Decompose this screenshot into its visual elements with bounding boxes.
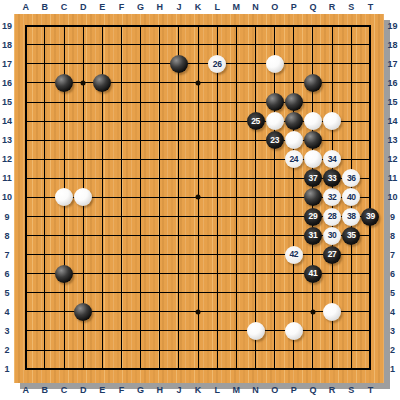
stone-black-Q16: [304, 74, 322, 92]
row-label-left-12: 12: [2, 154, 12, 164]
stone-white-P7-move-42: 42: [285, 246, 303, 264]
col-label-bottom-K: K: [195, 385, 202, 395]
stone-white-D10: [74, 188, 92, 206]
stone-white-S9-move-38: 38: [342, 208, 360, 226]
col-label-bottom-D: D: [80, 385, 87, 395]
stone-white-Q14: [304, 112, 322, 130]
col-label-top-M: M: [233, 2, 241, 12]
col-label-bottom-Q: Q: [309, 385, 316, 395]
stone-black-Q11-move-37: 37: [304, 169, 322, 187]
stone-white-L17-move-26: 26: [208, 55, 226, 73]
star-point-K4: [196, 309, 201, 314]
col-label-bottom-H: H: [157, 385, 164, 395]
stone-black-P14: [285, 112, 303, 130]
col-label-top-F: F: [119, 2, 125, 12]
col-label-bottom-A: A: [22, 385, 29, 395]
col-label-top-Q: Q: [309, 2, 316, 12]
go-board[interactable]: 2324252627282930313233343536373839404142: [14, 14, 384, 383]
stone-black-T9-move-39: 39: [361, 208, 379, 226]
col-label-top-E: E: [99, 2, 105, 12]
stone-black-P15: [285, 93, 303, 111]
col-label-bottom-F: F: [119, 385, 125, 395]
row-label-left-5: 5: [4, 288, 9, 298]
stone-white-R9-move-28: 28: [323, 208, 341, 226]
stone-black-S8-move-35: 35: [342, 227, 360, 245]
row-label-right-6: 6: [390, 269, 395, 279]
row-label-left-1: 1: [4, 364, 9, 374]
row-label-right-2: 2: [390, 345, 395, 355]
stone-white-R10-move-32: 32: [323, 188, 341, 206]
star-point-K16: [196, 80, 201, 85]
col-label-bottom-C: C: [61, 385, 68, 395]
row-label-right-5: 5: [390, 288, 395, 298]
stone-white-P13: [285, 131, 303, 149]
stone-white-N3: [247, 322, 265, 340]
stone-white-R12-move-34: 34: [323, 150, 341, 168]
stone-black-D4: [74, 303, 92, 321]
row-label-left-10: 10: [2, 192, 12, 202]
col-label-top-R: R: [329, 2, 336, 12]
col-label-bottom-G: G: [137, 385, 144, 395]
col-label-bottom-R: R: [329, 385, 336, 395]
row-label-right-18: 18: [387, 40, 397, 50]
row-label-right-16: 16: [387, 78, 397, 88]
col-label-bottom-O: O: [271, 385, 278, 395]
row-label-left-16: 16: [2, 78, 12, 88]
stone-white-R8-move-30: 30: [323, 227, 341, 245]
col-label-bottom-T: T: [368, 385, 374, 395]
col-label-top-S: S: [348, 2, 354, 12]
col-label-bottom-P: P: [291, 385, 297, 395]
row-label-right-17: 17: [387, 59, 397, 69]
go-diagram-screen: 2324252627282930313233343536373839404142…: [0, 0, 400, 400]
stone-white-C10: [55, 188, 73, 206]
row-label-right-3: 3: [390, 326, 395, 336]
col-label-top-J: J: [176, 2, 181, 12]
stone-black-Q9-move-29: 29: [304, 208, 322, 226]
col-label-top-T: T: [368, 2, 374, 12]
row-label-right-4: 4: [390, 307, 395, 317]
stone-black-Q8-move-31: 31: [304, 227, 322, 245]
row-label-left-6: 6: [4, 269, 9, 279]
col-label-top-G: G: [137, 2, 144, 12]
stone-white-R14: [323, 112, 341, 130]
stone-black-N14-move-25: 25: [247, 112, 265, 130]
row-label-left-2: 2: [4, 345, 9, 355]
stone-white-S10-move-40: 40: [342, 188, 360, 206]
row-label-right-10: 10: [387, 192, 397, 202]
row-label-left-15: 15: [2, 97, 12, 107]
stone-black-Q10: [304, 188, 322, 206]
row-label-right-14: 14: [387, 116, 397, 126]
col-label-top-C: C: [61, 2, 68, 12]
col-label-bottom-B: B: [42, 385, 49, 395]
stone-white-R4: [323, 303, 341, 321]
row-label-left-19: 19: [2, 21, 12, 31]
row-label-left-14: 14: [2, 116, 12, 126]
row-label-left-7: 7: [4, 250, 9, 260]
row-label-right-1: 1: [390, 364, 395, 374]
col-label-top-L: L: [214, 2, 220, 12]
stone-black-C6: [55, 265, 73, 283]
stone-black-Q13: [304, 131, 322, 149]
row-label-left-13: 13: [2, 135, 12, 145]
stone-black-R11-move-33: 33: [323, 169, 341, 187]
row-label-left-9: 9: [4, 212, 9, 222]
row-label-right-9: 9: [390, 212, 395, 222]
row-label-right-8: 8: [390, 231, 395, 241]
star-point-D16: [81, 80, 86, 85]
stone-black-E16: [93, 74, 111, 92]
stone-white-P12-move-24: 24: [285, 150, 303, 168]
col-label-top-B: B: [42, 2, 49, 12]
col-label-bottom-N: N: [252, 385, 259, 395]
stone-black-O13-move-23: 23: [266, 131, 284, 149]
col-label-top-K: K: [195, 2, 202, 12]
col-label-top-A: A: [22, 2, 29, 12]
col-label-top-N: N: [252, 2, 259, 12]
col-label-bottom-S: S: [348, 385, 354, 395]
stone-black-C16: [55, 74, 73, 92]
row-label-right-19: 19: [387, 21, 397, 31]
stone-black-R7-move-27: 27: [323, 246, 341, 264]
col-label-bottom-L: L: [214, 385, 220, 395]
col-label-top-O: O: [271, 2, 278, 12]
stone-black-O15: [266, 93, 284, 111]
row-label-left-18: 18: [2, 40, 12, 50]
row-label-right-13: 13: [387, 135, 397, 145]
col-label-bottom-M: M: [233, 385, 241, 395]
row-label-right-15: 15: [387, 97, 397, 107]
row-label-left-11: 11: [2, 173, 12, 183]
row-label-left-3: 3: [4, 326, 9, 336]
row-label-left-4: 4: [4, 307, 9, 317]
col-label-top-H: H: [157, 2, 164, 12]
row-label-right-12: 12: [387, 154, 397, 164]
stone-white-Q12: [304, 150, 322, 168]
col-label-bottom-J: J: [176, 385, 181, 395]
row-label-right-11: 11: [388, 173, 398, 183]
star-point-Q4: [310, 309, 315, 314]
row-label-left-17: 17: [2, 59, 12, 69]
stone-white-S11-move-36: 36: [342, 169, 360, 187]
stone-black-Q6-move-41: 41: [304, 265, 322, 283]
col-label-top-P: P: [291, 2, 297, 12]
col-label-top-D: D: [80, 2, 87, 12]
star-point-K10: [196, 195, 201, 200]
stone-black-J17: [170, 55, 188, 73]
stone-white-O17: [266, 55, 284, 73]
stone-white-O14: [266, 112, 284, 130]
stone-white-P3: [285, 322, 303, 340]
col-label-bottom-E: E: [99, 385, 105, 395]
row-label-left-8: 8: [4, 231, 9, 241]
row-label-right-7: 7: [390, 250, 395, 260]
